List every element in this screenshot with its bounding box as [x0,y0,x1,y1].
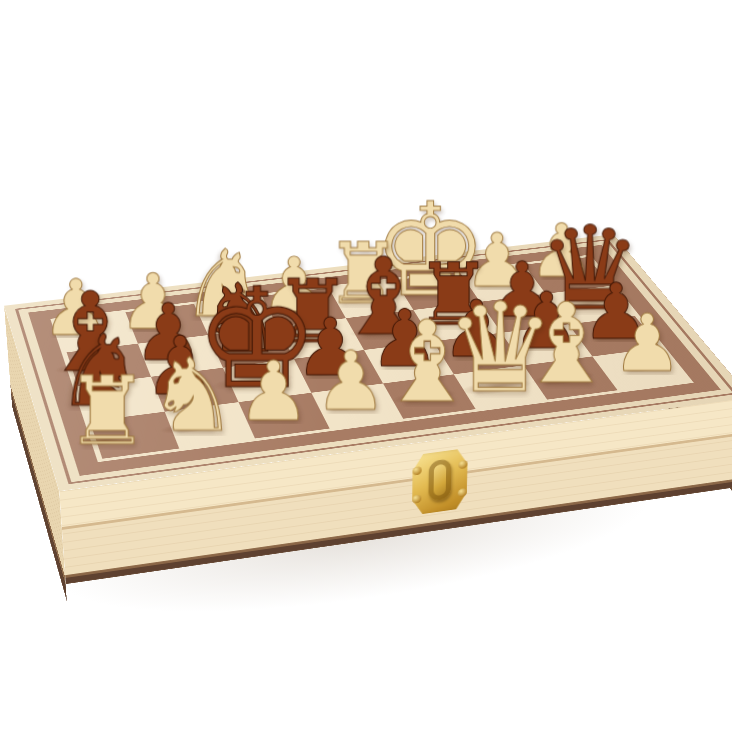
scene: ♟♟♞♟♜♚♟♟♝♟♞♜♝♜♟♛♞♟♚♟♟♟♟♟♜♞♟♟♝♛♝♟ [0,0,732,732]
latch [407,444,473,519]
stage: ♟♟♞♟♜♚♟♟♝♟♞♜♝♜♟♛♞♟♚♟♟♟♟♟♜♞♟♟♝♛♝♟ [0,0,732,732]
latch-hook-icon [428,458,451,501]
chess-box: ♟♟♞♟♜♚♟♟♝♟♞♜♝♜♟♛♞♟♚♟♟♟♟♟♜♞♟♟♝♛♝♟ [4,234,732,491]
latch-screw-icon [458,488,467,497]
